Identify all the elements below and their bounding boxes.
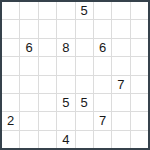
empty-cell-r4c7[interactable] bbox=[131, 76, 148, 93]
empty-cell-r2c0[interactable] bbox=[2, 39, 19, 56]
empty-cell-r4c2[interactable] bbox=[39, 76, 56, 93]
empty-cell-r7c7[interactable] bbox=[131, 131, 148, 148]
empty-cell-r1c7[interactable] bbox=[131, 20, 148, 37]
clue-cell-r2c5: 6 bbox=[94, 39, 111, 56]
empty-cell-r7c2[interactable] bbox=[39, 131, 56, 148]
clue-cell-r6c0: 2 bbox=[2, 112, 19, 129]
empty-cell-r1c4[interactable] bbox=[76, 20, 93, 37]
empty-cell-r1c3[interactable] bbox=[57, 20, 74, 37]
empty-cell-r5c0[interactable] bbox=[2, 94, 19, 111]
empty-cell-r3c7[interactable] bbox=[131, 57, 148, 74]
clue-cell-r5c4: 5 bbox=[76, 94, 93, 111]
empty-cell-r5c7[interactable] bbox=[131, 94, 148, 111]
empty-cell-r0c1[interactable] bbox=[20, 2, 37, 19]
empty-cell-r3c3[interactable] bbox=[57, 57, 74, 74]
empty-cell-r5c5[interactable] bbox=[94, 94, 111, 111]
empty-cell-r2c6[interactable] bbox=[112, 39, 129, 56]
empty-cell-r4c5[interactable] bbox=[94, 76, 111, 93]
clue-cell-r2c3: 8 bbox=[57, 39, 74, 56]
clue-cell-r0c4: 5 bbox=[76, 2, 93, 19]
empty-cell-r3c6[interactable] bbox=[112, 57, 129, 74]
empty-cell-r3c2[interactable] bbox=[39, 57, 56, 74]
empty-cell-r4c3[interactable] bbox=[57, 76, 74, 93]
clue-cell-r7c3: 4 bbox=[57, 131, 74, 148]
empty-cell-r1c1[interactable] bbox=[20, 20, 37, 37]
puzzle-board: 5686755274 bbox=[0, 0, 150, 150]
empty-cell-r4c4[interactable] bbox=[76, 76, 93, 93]
clue-cell-r5c3: 5 bbox=[57, 94, 74, 111]
empty-cell-r7c4[interactable] bbox=[76, 131, 93, 148]
empty-cell-r1c2[interactable] bbox=[39, 20, 56, 37]
empty-cell-r1c6[interactable] bbox=[112, 20, 129, 37]
empty-cell-r2c7[interactable] bbox=[131, 39, 148, 56]
empty-cell-r3c5[interactable] bbox=[94, 57, 111, 74]
empty-cell-r5c1[interactable] bbox=[20, 94, 37, 111]
empty-cell-r6c2[interactable] bbox=[39, 112, 56, 129]
empty-cell-r3c1[interactable] bbox=[20, 57, 37, 74]
empty-cell-r6c6[interactable] bbox=[112, 112, 129, 129]
empty-cell-r2c2[interactable] bbox=[39, 39, 56, 56]
empty-cell-r4c1[interactable] bbox=[20, 76, 37, 93]
empty-cell-r3c4[interactable] bbox=[76, 57, 93, 74]
empty-cell-r0c7[interactable] bbox=[131, 2, 148, 19]
empty-cell-r5c2[interactable] bbox=[39, 94, 56, 111]
empty-cell-r0c0[interactable] bbox=[2, 2, 19, 19]
empty-cell-r3c0[interactable] bbox=[2, 57, 19, 74]
empty-cell-r6c7[interactable] bbox=[131, 112, 148, 129]
empty-cell-r0c5[interactable] bbox=[94, 2, 111, 19]
empty-cell-r6c1[interactable] bbox=[20, 112, 37, 129]
clue-cell-r2c1: 6 bbox=[20, 39, 37, 56]
empty-cell-r5c6[interactable] bbox=[112, 94, 129, 111]
empty-cell-r1c0[interactable] bbox=[2, 20, 19, 37]
empty-cell-r7c6[interactable] bbox=[112, 131, 129, 148]
empty-cell-r0c6[interactable] bbox=[112, 2, 129, 19]
clue-cell-r4c6: 7 bbox=[112, 76, 129, 93]
empty-cell-r4c0[interactable] bbox=[2, 76, 19, 93]
empty-cell-r1c5[interactable] bbox=[94, 20, 111, 37]
empty-cell-r7c1[interactable] bbox=[20, 131, 37, 148]
empty-cell-r7c0[interactable] bbox=[2, 131, 19, 148]
empty-cell-r7c5[interactable] bbox=[94, 131, 111, 148]
empty-cell-r2c4[interactable] bbox=[76, 39, 93, 56]
empty-cell-r6c4[interactable] bbox=[76, 112, 93, 129]
clue-cell-r6c5: 7 bbox=[94, 112, 111, 129]
empty-cell-r0c2[interactable] bbox=[39, 2, 56, 19]
empty-cell-r0c3[interactable] bbox=[57, 2, 74, 19]
empty-cell-r6c3[interactable] bbox=[57, 112, 74, 129]
